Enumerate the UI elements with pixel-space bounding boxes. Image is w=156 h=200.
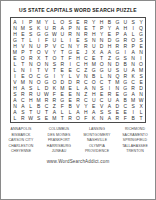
grid-cell-r17c13: A xyxy=(106,115,114,121)
watermark-url: www.WordSearchAddict.com xyxy=(1,159,155,164)
grid-cell-r17c14: R xyxy=(113,115,121,121)
grid-cell-r17c5: E xyxy=(43,115,51,121)
grid-cell-r17c2: R xyxy=(19,115,27,121)
grid-cell-r17c7: T xyxy=(58,115,66,121)
word-list-item: SACRAMENTO xyxy=(117,133,153,138)
word-list-item: MONTGOMERY xyxy=(79,133,115,138)
puzzle-page: US STATE CAPITALS WORD SEARCH PUZZLE AIP… xyxy=(0,0,156,200)
word-list-item: BISMARCK xyxy=(3,133,39,138)
word-list-item: TALLAHASSEE xyxy=(117,144,153,149)
word-list-item: SPRINGFIELD xyxy=(117,138,153,143)
word-list: ANNAPOLISCOLUMBUSLANSINGRICHMONDBISMARCK… xyxy=(3,127,153,154)
word-list-item: CHEYENNE xyxy=(3,149,39,154)
word-list-item: FRANKFORT xyxy=(41,138,77,143)
word-list-item: ANNAPOLIS xyxy=(3,127,39,132)
grid-cell-r17c6: M xyxy=(50,115,58,121)
word-list-item: COLUMBUS xyxy=(41,127,77,132)
grid-cell-r17c9: O xyxy=(74,115,82,121)
word-list-item: PROVIDENCE xyxy=(79,149,115,154)
grid-cell-r17c1: L xyxy=(11,115,19,121)
word-list-item: RICHMOND xyxy=(117,127,153,132)
word-list-item: HARRISBURG xyxy=(41,144,77,149)
grid-cell-r17c12: N xyxy=(98,115,106,121)
puzzle-title: US STATE CAPITALS WORD SEARCH PUZZLE xyxy=(1,7,155,13)
grid-cell-r17c3: W xyxy=(27,115,35,121)
word-list-item: TRENTON xyxy=(117,149,153,154)
word-list-item: JUNEAU xyxy=(41,149,77,154)
word-list-item: DES MOINES xyxy=(41,133,77,138)
grid-cell-r17c10: F xyxy=(82,115,90,121)
word-list-item: LANSING xyxy=(79,127,115,132)
word-list-item: CHARLESTON xyxy=(3,144,39,149)
word-list-item: CARSON CITY xyxy=(3,138,39,143)
grid-cell-r17c17: T xyxy=(137,115,145,121)
grid-cell-r17c11: K xyxy=(90,115,98,121)
grid-cell-r17c4: S xyxy=(35,115,43,121)
word-search-grid-frame: AIPMYLOSERYHBGUSYNMSKURAPNETPYAHIQHESGGW… xyxy=(10,17,146,123)
word-list-item: NASHVILLE xyxy=(79,138,115,143)
word-search-grid: AIPMYLOSERYHBGUSYNMSKURAPNETPYAHIQHESGGW… xyxy=(11,19,145,121)
word-list-item: OLYMPIA xyxy=(79,144,115,149)
grid-cell-r17c16: B xyxy=(129,115,137,121)
grid-cell-r17c8: R xyxy=(66,115,74,121)
grid-cell-r17c15: F xyxy=(121,115,129,121)
